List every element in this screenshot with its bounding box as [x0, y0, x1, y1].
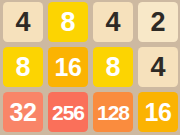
tile-32-r2c0: 32	[3, 92, 43, 132]
tile-4-r1c3: 4	[138, 47, 178, 87]
tile-8-r1c2: 8	[93, 47, 133, 87]
tile-2-r0c3: 2	[138, 2, 178, 42]
tile-8-r1c0: 8	[3, 47, 43, 87]
tile-4-r0c2: 4	[93, 2, 133, 42]
tile-16-r1c1: 16	[48, 47, 88, 87]
tile-256-r2c1: 256	[48, 92, 88, 132]
tile-8-r0c1: 8	[48, 2, 88, 42]
tile-16-r2c3: 16	[138, 92, 178, 132]
tile-4-r0c0: 4	[3, 2, 43, 42]
2048-board[interactable]: 4842816843225612816	[0, 0, 180, 135]
tile-128-r2c2: 128	[93, 92, 133, 132]
